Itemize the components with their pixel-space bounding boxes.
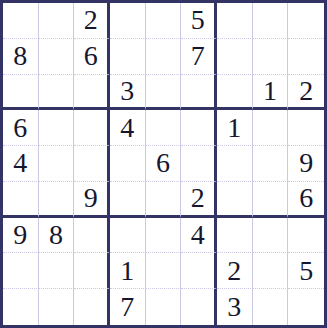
sudoku-cell-r5c6[interactable] (181, 146, 217, 182)
sudoku-cell-r1c2[interactable] (39, 3, 75, 39)
sudoku-cell-r5c7[interactable] (217, 146, 253, 182)
sudoku-cell-r3c3[interactable] (74, 75, 110, 111)
sudoku-cell-r4c4[interactable]: 4 (110, 110, 146, 146)
sudoku-cell-r5c3[interactable] (74, 146, 110, 182)
sudoku-cell-r8c6[interactable] (181, 253, 217, 289)
sudoku-cell-r5c9[interactable]: 9 (288, 146, 324, 182)
sudoku-cell-r2c3[interactable]: 6 (74, 39, 110, 75)
sudoku-cell-r8c3[interactable] (74, 253, 110, 289)
sudoku-cell-r4c2[interactable] (39, 110, 75, 146)
sudoku-cell-r6c6[interactable]: 2 (181, 182, 217, 218)
sudoku-cell-r8c4[interactable]: 1 (110, 253, 146, 289)
sudoku-cell-r3c8[interactable]: 1 (253, 75, 289, 111)
sudoku-cell-r8c1[interactable] (3, 253, 39, 289)
sudoku-cell-r8c5[interactable] (146, 253, 182, 289)
sudoku-cell-r6c8[interactable] (253, 182, 289, 218)
sudoku-cell-r3c5[interactable] (146, 75, 182, 111)
sudoku-cell-r1c9[interactable] (288, 3, 324, 39)
sudoku-cell-r2c1[interactable]: 8 (3, 39, 39, 75)
sudoku-cell-r2c6[interactable]: 7 (181, 39, 217, 75)
sudoku-cell-r9c7[interactable]: 3 (217, 289, 253, 325)
sudoku-cell-r7c3[interactable] (74, 218, 110, 254)
sudoku-cell-r9c3[interactable] (74, 289, 110, 325)
sudoku-cell-r2c2[interactable] (39, 39, 75, 75)
sudoku-cell-r3c7[interactable] (217, 75, 253, 111)
sudoku-cell-r2c7[interactable] (217, 39, 253, 75)
sudoku-cell-r1c1[interactable] (3, 3, 39, 39)
sudoku-cell-r4c6[interactable] (181, 110, 217, 146)
sudoku-cell-r7c7[interactable] (217, 218, 253, 254)
sudoku-cell-r2c4[interactable] (110, 39, 146, 75)
sudoku-cell-r6c4[interactable] (110, 182, 146, 218)
sudoku-cell-r6c5[interactable] (146, 182, 182, 218)
sudoku-cell-r9c8[interactable] (253, 289, 289, 325)
sudoku-cell-r5c5[interactable]: 6 (146, 146, 182, 182)
sudoku-cell-r8c9[interactable]: 5 (288, 253, 324, 289)
sudoku-cell-r6c3[interactable]: 9 (74, 182, 110, 218)
sudoku-cell-r7c8[interactable] (253, 218, 289, 254)
sudoku-cell-r9c4[interactable]: 7 (110, 289, 146, 325)
sudoku-board: 2586731264146992698412573 (0, 0, 327, 328)
sudoku-cell-r9c9[interactable] (288, 289, 324, 325)
sudoku-cell-r4c9[interactable] (288, 110, 324, 146)
sudoku-cell-r3c2[interactable] (39, 75, 75, 111)
sudoku-cell-r3c1[interactable] (3, 75, 39, 111)
sudoku-cell-r5c4[interactable] (110, 146, 146, 182)
sudoku-cell-r9c5[interactable] (146, 289, 182, 325)
sudoku-cell-r3c6[interactable] (181, 75, 217, 111)
sudoku-cell-r7c2[interactable]: 8 (39, 218, 75, 254)
sudoku-cell-r4c7[interactable]: 1 (217, 110, 253, 146)
sudoku-cell-r7c9[interactable] (288, 218, 324, 254)
sudoku-cell-r7c5[interactable] (146, 218, 182, 254)
sudoku-cell-r3c9[interactable]: 2 (288, 75, 324, 111)
sudoku-cell-r1c4[interactable] (110, 3, 146, 39)
sudoku-cell-r9c6[interactable] (181, 289, 217, 325)
sudoku-cell-r4c5[interactable] (146, 110, 182, 146)
sudoku-cell-r9c1[interactable] (3, 289, 39, 325)
sudoku-cell-r1c7[interactable] (217, 3, 253, 39)
sudoku-cell-r6c7[interactable] (217, 182, 253, 218)
sudoku-cell-r1c5[interactable] (146, 3, 182, 39)
sudoku-cell-r2c8[interactable] (253, 39, 289, 75)
sudoku-cell-r1c6[interactable]: 5 (181, 3, 217, 39)
sudoku-cell-r2c9[interactable] (288, 39, 324, 75)
sudoku-cell-r7c1[interactable]: 9 (3, 218, 39, 254)
sudoku-cell-r2c5[interactable] (146, 39, 182, 75)
sudoku-cell-r8c2[interactable] (39, 253, 75, 289)
sudoku-cell-r6c1[interactable] (3, 182, 39, 218)
sudoku-cell-r3c4[interactable]: 3 (110, 75, 146, 111)
sudoku-cell-r5c2[interactable] (39, 146, 75, 182)
sudoku-cell-r5c1[interactable]: 4 (3, 146, 39, 182)
sudoku-cell-r1c3[interactable]: 2 (74, 3, 110, 39)
sudoku-cell-r4c8[interactable] (253, 110, 289, 146)
sudoku-cell-r4c3[interactable] (74, 110, 110, 146)
sudoku-cell-r9c2[interactable] (39, 289, 75, 325)
sudoku-cell-r8c8[interactable] (253, 253, 289, 289)
sudoku-cell-r7c6[interactable]: 4 (181, 218, 217, 254)
sudoku-cell-r1c8[interactable] (253, 3, 289, 39)
sudoku-cell-r8c7[interactable]: 2 (217, 253, 253, 289)
sudoku-cell-r7c4[interactable] (110, 218, 146, 254)
sudoku-cell-r6c9[interactable]: 6 (288, 182, 324, 218)
sudoku-cell-r6c2[interactable] (39, 182, 75, 218)
sudoku-cell-r5c8[interactable] (253, 146, 289, 182)
sudoku-cell-r4c1[interactable]: 6 (3, 110, 39, 146)
